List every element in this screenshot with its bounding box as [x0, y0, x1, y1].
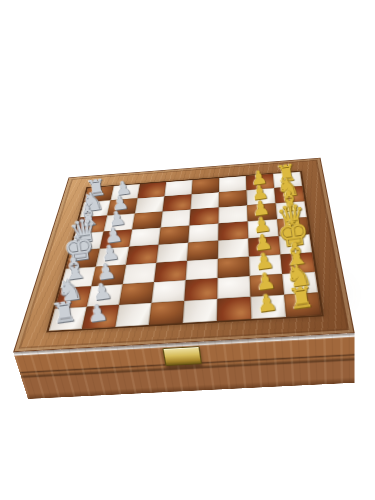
square-r2c6[interactable] [219, 190, 247, 207]
square-r6c3[interactable] [123, 263, 157, 284]
silver-pawn[interactable]: ♟ [86, 300, 109, 325]
square-r3c3[interactable] [132, 211, 163, 229]
photo-stage: ♜♟♟♜♞♟♟♞♝♟♟♝♛♟♟♛♚♟♟♚♝♟♟♝♞♟♟♞♜♟♟♜ [0, 0, 375, 500]
square-r4c6[interactable] [218, 221, 248, 240]
square-r6c4[interactable] [154, 261, 187, 282]
square-r8c5[interactable] [183, 299, 218, 323]
square-r4c4[interactable] [159, 226, 190, 245]
square-r4c3[interactable] [129, 228, 161, 247]
gold-rook[interactable]: ♜ [286, 282, 316, 314]
square-r8c2[interactable]: ♟ [82, 305, 119, 329]
silver-rook[interactable]: ♜ [50, 297, 79, 328]
square-r8c3[interactable] [115, 303, 151, 327]
gold-pawn[interactable]: ♟ [255, 290, 279, 316]
square-r7c4[interactable] [151, 280, 185, 303]
square-r4c5[interactable] [188, 223, 218, 242]
square-r7c3[interactable] [119, 282, 154, 305]
square-r5c4[interactable] [156, 243, 188, 263]
square-r5c6[interactable] [218, 238, 249, 258]
case-lid-top: ♜♟♟♜♞♟♟♞♝♟♟♝♛♟♟♛♚♟♟♚♝♟♟♝♞♟♟♞♜♟♟♜ [13, 158, 355, 352]
square-r8c6[interactable] [217, 297, 252, 321]
brass-clasp-icon [162, 346, 202, 366]
square-r8c7[interactable]: ♟ [251, 295, 287, 319]
wooden-chess-case: ♜♟♟♜♞♟♟♞♝♟♟♝♛♟♟♛♚♟♟♚♝♟♟♝♞♟♟♞♜♟♟♜ [13, 158, 355, 352]
square-r5c3[interactable] [126, 245, 159, 265]
square-r6c5[interactable] [186, 259, 218, 280]
square-r8c1[interactable]: ♜ [49, 307, 87, 331]
square-r7c5[interactable] [184, 278, 217, 301]
square-r8c4[interactable] [149, 301, 184, 325]
square-r6c6[interactable] [218, 257, 250, 278]
perspective-scene: ♜♟♟♜♞♟♟♞♝♟♟♝♛♟♟♛♚♟♟♚♝♟♟♝♞♟♟♞♜♟♟♜ [0, 0, 375, 500]
square-r8c8[interactable]: ♜ [284, 293, 321, 317]
camera-roll-wrapper: ♜♟♟♜♞♟♟♞♝♟♟♝♛♟♟♛♚♟♟♚♝♟♟♝♞♟♟♞♜♟♟♜ [0, 0, 375, 500]
chess-board: ♜♟♟♜♞♟♟♞♝♟♟♝♛♟♟♛♚♟♟♚♝♟♟♝♞♟♟♞♜♟♟♜ [46, 171, 324, 333]
square-r7c6[interactable] [217, 276, 250, 299]
square-r5c5[interactable] [187, 241, 218, 261]
square-r3c4[interactable] [161, 209, 191, 227]
